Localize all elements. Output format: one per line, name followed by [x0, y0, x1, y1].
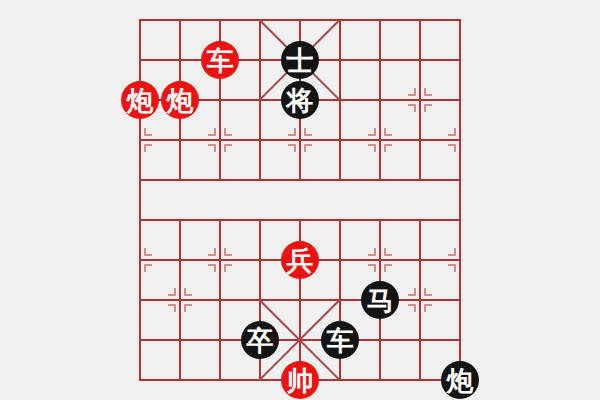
red-soldier-piece[interactable]: 兵 [281, 241, 319, 279]
point-marker [368, 248, 376, 256]
point-marker [408, 88, 416, 96]
point-marker [304, 128, 312, 136]
point-marker [288, 144, 296, 152]
point-marker [208, 248, 216, 256]
xiangqi-board[interactable]: 车士炮炮将兵马卒车帅炮 [140, 20, 460, 380]
point-marker [448, 128, 456, 136]
point-marker [304, 144, 312, 152]
point-marker [448, 264, 456, 272]
red-general-piece[interactable]: 帅 [281, 361, 319, 399]
point-marker [368, 128, 376, 136]
point-marker [368, 144, 376, 152]
point-marker [448, 144, 456, 152]
point-marker [424, 104, 432, 112]
black-general-piece[interactable]: 将 [281, 81, 319, 119]
point-marker [168, 304, 176, 312]
point-marker [408, 104, 416, 112]
point-marker [208, 128, 216, 136]
black-cannon-piece[interactable]: 炮 [441, 361, 479, 399]
grid-line [219, 220, 221, 380]
black-horse-piece[interactable]: 马 [361, 281, 399, 319]
point-marker [448, 248, 456, 256]
point-marker [368, 264, 376, 272]
point-marker [208, 144, 216, 152]
point-marker [224, 144, 232, 152]
point-marker [144, 128, 152, 136]
red-cannon-b-piece[interactable]: 炮 [161, 81, 199, 119]
grid-line [379, 20, 381, 180]
point-marker [408, 288, 416, 296]
red-cannon-a-piece[interactable]: 炮 [121, 81, 159, 119]
point-marker [184, 304, 192, 312]
point-marker [288, 128, 296, 136]
red-chariot-piece[interactable]: 车 [201, 41, 239, 79]
point-marker [424, 288, 432, 296]
point-marker [168, 288, 176, 296]
grid-line [139, 19, 141, 381]
point-marker [144, 264, 152, 272]
grid-line [459, 19, 461, 381]
point-marker [184, 288, 192, 296]
point-marker [384, 144, 392, 152]
grid-line [419, 220, 421, 380]
page-background: 车士炮炮将兵马卒车帅炮 [0, 0, 600, 400]
point-marker [424, 88, 432, 96]
point-marker [144, 248, 152, 256]
grid-line [419, 20, 421, 180]
black-advisor-piece[interactable]: 士 [281, 41, 319, 79]
point-marker [384, 264, 392, 272]
point-marker [384, 128, 392, 136]
point-marker [384, 248, 392, 256]
point-marker [424, 304, 432, 312]
point-marker [144, 144, 152, 152]
point-marker [208, 264, 216, 272]
black-soldier-piece[interactable]: 卒 [241, 321, 279, 359]
point-marker [224, 248, 232, 256]
point-marker [224, 264, 232, 272]
grid-line [179, 220, 181, 380]
black-chariot-piece[interactable]: 车 [321, 321, 359, 359]
point-marker [224, 128, 232, 136]
point-marker [408, 304, 416, 312]
